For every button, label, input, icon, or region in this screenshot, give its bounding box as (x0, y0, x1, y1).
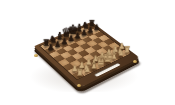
pieces-layer: ♜♞♝♛♚♝♞♜♟♟♟♟♟♟♟♟♟♟♟♟♟♟♟♟♜♞♝♛♚♝♞♜ (34, 22, 140, 89)
piece-shadow (62, 36, 70, 40)
piece-shadow (92, 29, 99, 33)
board-square (69, 42, 80, 49)
board-square (51, 44, 62, 51)
board-square (40, 43, 51, 50)
board-square (47, 40, 58, 47)
piece-black-bishop: ♝ (72, 23, 86, 33)
board-square (77, 33, 88, 39)
brass-foot (77, 84, 81, 87)
piece-shadow (42, 45, 50, 50)
board-square (64, 39, 75, 46)
piece-white-rook: ♜ (71, 67, 87, 77)
board-square (80, 43, 91, 50)
scene: ♜♞♝♛♚♝♞♜♟♟♟♟♟♟♟♟♟♟♟♟♟♟♟♟♜♞♝♛♚♝♞♜ (0, 0, 175, 105)
piece-shadow (80, 35, 88, 39)
piece-shadow (60, 43, 68, 47)
board-square (99, 35, 110, 41)
board-square (94, 31, 105, 37)
piece-black-pawn: ♟ (76, 29, 90, 37)
piece-shadow (88, 26, 95, 30)
piece-black-pawn: ♟ (70, 32, 84, 40)
board-square (73, 46, 84, 53)
piece-black-knight: ♞ (78, 21, 92, 30)
piece-black-knight: ♞ (45, 35, 59, 45)
piece-shadow (49, 42, 57, 46)
piece-black-king: ♚ (65, 23, 79, 36)
piece-black-pawn: ♟ (89, 23, 103, 31)
board-square (83, 30, 94, 36)
piece-black-rook: ♜ (84, 19, 98, 28)
board-square (82, 37, 93, 43)
piece-shadow (53, 46, 61, 51)
brass-foot (34, 54, 38, 57)
piece-black-pawn: ♟ (57, 37, 71, 45)
board-square (71, 36, 82, 42)
brass-foot (133, 60, 137, 63)
board-square (73, 30, 84, 36)
chess-board: ♜♞♝♛♚♝♞♜♟♟♟♟♟♟♟♟♟♟♟♟♟♟♟♟♜♞♝♛♚♝♞♜ (34, 22, 140, 89)
board-square (85, 24, 96, 30)
piece-shadow (55, 39, 63, 43)
piece-black-bishop: ♝ (52, 31, 66, 41)
board-square (53, 38, 64, 45)
piece-shadow (81, 28, 88, 32)
board-square (88, 34, 99, 40)
piece-black-rook: ♜ (38, 38, 53, 47)
board-square (79, 27, 90, 33)
board-square (66, 32, 77, 38)
piece-black-queen: ♛ (59, 26, 73, 38)
piece-black-pawn: ♟ (83, 26, 97, 34)
piece-black-pawn: ♟ (43, 43, 58, 51)
piece-black-pawn: ♟ (50, 40, 65, 48)
piece-shadow (86, 32, 94, 36)
board-square (60, 35, 71, 41)
piece-shadow (67, 40, 75, 44)
piece-shadow (75, 31, 83, 35)
piece-shadow (69, 34, 77, 38)
piece-black-pawn: ♟ (63, 34, 77, 42)
chess-set-product-photo[interactable]: ♜♞♝♛♚♝♞♜♟♟♟♟♟♟♟♟♟♟♟♟♟♟♟♟♜♞♝♛♚♝♞♜ (0, 0, 175, 105)
board-square (62, 45, 73, 52)
board-square (89, 28, 100, 34)
board-square (58, 41, 69, 48)
board-square (92, 38, 103, 45)
piece-shadow (73, 37, 81, 41)
board-square (75, 39, 86, 46)
board-square (86, 40, 97, 47)
